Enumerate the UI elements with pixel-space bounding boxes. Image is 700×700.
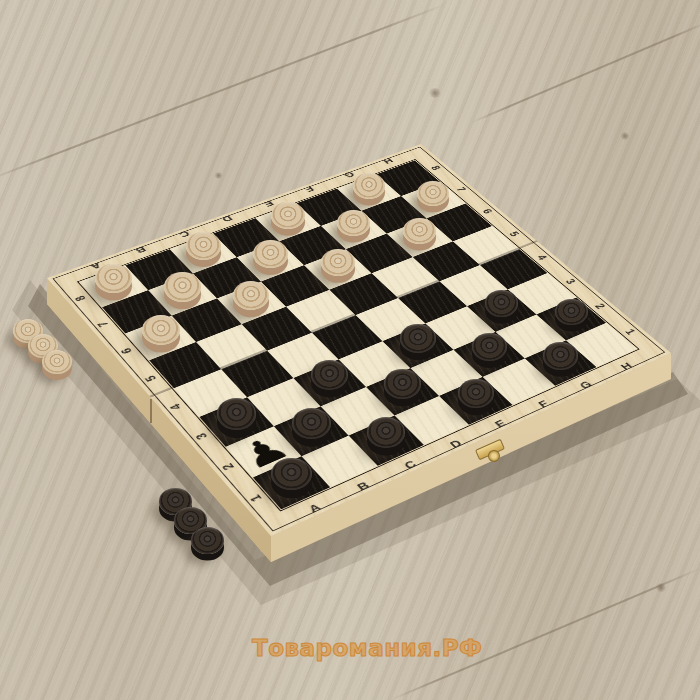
checker-light (321, 249, 355, 276)
checker-light (253, 240, 288, 268)
coordinate-label: 3 (545, 267, 598, 295)
checker-dark (311, 360, 348, 390)
coordinate-label: 8 (411, 156, 461, 180)
coordinate-label: 5 (120, 363, 180, 396)
checker-light (186, 232, 221, 260)
checker-dark (543, 342, 577, 369)
checker-light (417, 181, 449, 206)
floor-knot (620, 132, 630, 140)
coordinate-label: 2 (196, 449, 258, 485)
floor-knot (428, 88, 442, 98)
checker-light (42, 350, 72, 374)
checker-light (403, 218, 436, 244)
checker-dark (292, 408, 331, 439)
floor-knot (214, 172, 223, 179)
checker-dark (384, 369, 421, 398)
checker-dark (217, 398, 256, 430)
checker-light (142, 315, 180, 345)
checker-light (164, 272, 201, 301)
product-photo: ♟ ABCDEFGH ABCDEFGH 87654321 87654321 То… (0, 0, 700, 700)
checker-dark (458, 379, 494, 408)
coordinate-label: 6 (462, 198, 513, 224)
checker-light (233, 281, 269, 310)
checker-light (271, 202, 305, 229)
checker-dark (271, 458, 312, 490)
checker-dark (555, 299, 588, 325)
checker-light (353, 173, 385, 199)
checker-dark (367, 417, 405, 448)
checker-dark (400, 324, 435, 352)
checker-dark (191, 527, 224, 553)
floor-knot (655, 583, 667, 592)
checker-dark (472, 333, 507, 361)
watermark: Товаромания.РФ (252, 635, 482, 661)
coordinate-label: 7 (73, 309, 131, 339)
